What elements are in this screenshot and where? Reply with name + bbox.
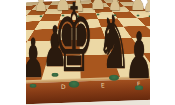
piece-black-king-d3: ♚ — [51, 0, 96, 86]
chess-set-photo: DEF ♟♟♟♟♟♟♟♟♟♚♞♟ — [26, 0, 150, 105]
piece-layer: ♟♟♟♟♟♟♟♟♟♚♞♟ — [26, 0, 150, 105]
black-pawn-icon: ♟ — [123, 24, 150, 88]
piece-black-pawn-g2: ♟ — [123, 24, 150, 88]
piece-white-pawn-h6: ♟ — [142, 0, 150, 15]
product-photo-canvas: DEF ♟♟♟♟♟♟♟♟♟♚♞♟ — [0, 0, 175, 105]
black-king-icon: ♚ — [51, 0, 96, 86]
black-pawn-icon: ♟ — [26, 32, 47, 86]
piece-black-pawn-b3: ♟ — [26, 32, 47, 86]
white-pawn-icon: ♟ — [142, 0, 150, 15]
